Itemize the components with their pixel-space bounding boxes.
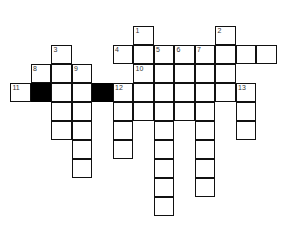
clue-number-9: 9 (74, 65, 78, 73)
cell-r3c10[interactable] (215, 83, 236, 102)
cell-r3c9[interactable] (195, 83, 216, 102)
cell-r2c10[interactable] (215, 64, 236, 83)
cell-r6c9[interactable] (195, 140, 216, 159)
clue-number-10: 10 (136, 65, 144, 73)
block-cell-r3c1 (31, 83, 52, 102)
cell-r1c7[interactable]: 5 (154, 45, 175, 64)
cell-r1c10[interactable] (215, 45, 236, 64)
cell-r3c6[interactable] (133, 83, 154, 102)
crossword-diagram: 12345678910111213 (0, 0, 300, 232)
clue-number-4: 4 (115, 46, 119, 54)
cell-r4c2[interactable] (51, 102, 72, 121)
cell-r6c3[interactable] (72, 140, 93, 159)
clue-number-5: 5 (156, 46, 160, 54)
cell-r3c11[interactable]: 13 (236, 83, 257, 102)
cell-r4c6[interactable] (133, 102, 154, 121)
cell-r3c8[interactable] (174, 83, 195, 102)
block-cell-r3c4 (92, 83, 113, 102)
clue-number-11: 11 (13, 84, 20, 92)
cell-r1c5[interactable]: 4 (113, 45, 134, 64)
cell-r4c9[interactable] (195, 102, 216, 121)
cell-r6c7[interactable] (154, 140, 175, 159)
cell-r3c0[interactable]: 11 (10, 83, 31, 102)
crossword-board: 12345678910111213 (10, 26, 277, 216)
cell-r2c6[interactable]: 10 (133, 64, 154, 83)
cell-r3c5[interactable]: 12 (113, 83, 134, 102)
clue-number-8: 8 (33, 65, 37, 73)
cell-r6c5[interactable] (113, 140, 134, 159)
cell-r1c2[interactable]: 3 (51, 45, 72, 64)
cell-r1c11[interactable] (236, 45, 257, 64)
cell-r8c7[interactable] (154, 178, 175, 197)
cell-r1c8[interactable]: 6 (174, 45, 195, 64)
cell-r3c3[interactable] (72, 83, 93, 102)
cell-r1c12[interactable] (256, 45, 277, 64)
cell-r5c2[interactable] (51, 121, 72, 140)
cell-r5c11[interactable] (236, 121, 257, 140)
cell-r1c6[interactable] (133, 45, 154, 64)
cell-r5c9[interactable] (195, 121, 216, 140)
cell-r3c7[interactable] (154, 83, 175, 102)
cell-r9c7[interactable] (154, 197, 175, 216)
clue-number-6: 6 (177, 46, 181, 54)
cell-r5c7[interactable] (154, 121, 175, 140)
cell-r0c10[interactable]: 2 (215, 26, 236, 45)
cell-r8c9[interactable] (195, 178, 216, 197)
clue-number-13: 13 (238, 84, 246, 92)
cell-r5c3[interactable] (72, 121, 93, 140)
cell-r4c7[interactable] (154, 102, 175, 121)
cell-r7c9[interactable] (195, 159, 216, 178)
clue-number-7: 7 (197, 46, 201, 54)
cell-r2c2[interactable] (51, 64, 72, 83)
cell-r2c1[interactable]: 8 (31, 64, 52, 83)
clue-number-2: 2 (218, 27, 222, 35)
clue-number-1: 1 (136, 27, 140, 35)
cell-r7c7[interactable] (154, 159, 175, 178)
cell-r4c5[interactable] (113, 102, 134, 121)
cell-r2c7[interactable] (154, 64, 175, 83)
cell-r0c6[interactable]: 1 (133, 26, 154, 45)
cell-r3c2[interactable] (51, 83, 72, 102)
cell-r2c9[interactable] (195, 64, 216, 83)
cell-r2c8[interactable] (174, 64, 195, 83)
clue-number-12: 12 (115, 84, 123, 92)
cell-r4c8[interactable] (174, 102, 195, 121)
cell-r5c5[interactable] (113, 121, 134, 140)
cell-r1c9[interactable]: 7 (195, 45, 216, 64)
cell-r4c11[interactable] (236, 102, 257, 121)
cell-r2c3[interactable]: 9 (72, 64, 93, 83)
clue-number-3: 3 (54, 46, 58, 54)
cell-r7c3[interactable] (72, 159, 93, 178)
cell-r4c3[interactable] (72, 102, 93, 121)
